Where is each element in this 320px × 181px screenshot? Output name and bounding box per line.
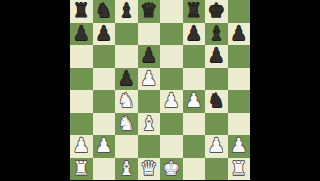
square-h5[interactable]	[228, 68, 251, 91]
white-pawn-piece[interactable]: ♟	[208, 135, 225, 158]
square-e7[interactable]	[160, 23, 183, 46]
square-e2[interactable]	[160, 135, 183, 158]
square-f8[interactable]: ♜	[183, 0, 206, 23]
square-c5[interactable]: ♟	[115, 68, 138, 91]
square-c6[interactable]	[115, 45, 138, 68]
square-f5[interactable]	[183, 68, 206, 91]
screen: ♜♞♝♛♜♚♟♟♟♝♟♟♟♟♟♞♟♟♞♞♝♟♟♟♟♜♝♛♚♜	[0, 0, 320, 180]
square-g4[interactable]: ♞	[205, 90, 228, 113]
square-c2[interactable]	[115, 135, 138, 158]
square-d3[interactable]: ♝	[138, 113, 161, 136]
square-e5[interactable]	[160, 68, 183, 91]
square-d8[interactable]: ♛	[138, 0, 161, 23]
square-g1[interactable]	[205, 158, 228, 181]
square-h6[interactable]	[228, 45, 251, 68]
square-f3[interactable]	[183, 113, 206, 136]
square-h2[interactable]: ♟	[228, 135, 251, 158]
square-g2[interactable]: ♟	[205, 135, 228, 158]
white-knight-piece[interactable]: ♞	[118, 90, 135, 113]
black-pawn-piece[interactable]: ♟	[230, 23, 247, 46]
square-b7[interactable]: ♟	[93, 23, 116, 46]
white-pawn-piece[interactable]: ♟	[140, 68, 157, 91]
square-e4[interactable]: ♟	[160, 90, 183, 113]
black-king-piece[interactable]: ♚	[208, 0, 225, 23]
square-a8[interactable]: ♜	[70, 0, 93, 23]
chess-board: ♜♞♝♛♜♚♟♟♟♝♟♟♟♟♟♞♟♟♞♞♝♟♟♟♟♜♝♛♚♜	[70, 0, 250, 180]
square-c3[interactable]: ♞	[115, 113, 138, 136]
white-pawn-piece[interactable]: ♟	[73, 135, 90, 158]
white-queen-piece[interactable]: ♛	[140, 158, 157, 181]
square-f1[interactable]	[183, 158, 206, 181]
square-b5[interactable]	[93, 68, 116, 91]
square-b8[interactable]: ♞	[93, 0, 116, 23]
square-e6[interactable]	[160, 45, 183, 68]
square-h4[interactable]	[228, 90, 251, 113]
square-a5[interactable]	[70, 68, 93, 91]
black-rook-piece[interactable]: ♜	[73, 0, 90, 23]
square-f6[interactable]	[183, 45, 206, 68]
white-pawn-piece[interactable]: ♟	[230, 135, 247, 158]
square-d4[interactable]	[138, 90, 161, 113]
white-bishop-piece[interactable]: ♝	[140, 113, 157, 136]
white-rook-piece[interactable]: ♜	[230, 158, 247, 181]
square-g8[interactable]: ♚	[205, 0, 228, 23]
square-h3[interactable]	[228, 113, 251, 136]
black-bishop-piece[interactable]: ♝	[208, 23, 225, 46]
square-d7[interactable]	[138, 23, 161, 46]
square-g3[interactable]	[205, 113, 228, 136]
square-c4[interactable]: ♞	[115, 90, 138, 113]
square-d6[interactable]: ♟	[138, 45, 161, 68]
black-pawn-piece[interactable]: ♟	[185, 23, 202, 46]
square-d2[interactable]	[138, 135, 161, 158]
square-c8[interactable]: ♝	[115, 0, 138, 23]
square-e1[interactable]: ♚	[160, 158, 183, 181]
square-c1[interactable]: ♝	[115, 158, 138, 181]
square-a3[interactable]	[70, 113, 93, 136]
white-pawn-piece[interactable]: ♟	[185, 90, 202, 113]
square-b1[interactable]	[93, 158, 116, 181]
square-f4[interactable]: ♟	[183, 90, 206, 113]
square-e8[interactable]	[160, 0, 183, 23]
square-g7[interactable]: ♝	[205, 23, 228, 46]
square-d5[interactable]: ♟	[138, 68, 161, 91]
white-knight-piece[interactable]: ♞	[118, 113, 135, 136]
square-h1[interactable]: ♜	[228, 158, 251, 181]
black-pawn-piece[interactable]: ♟	[118, 68, 135, 91]
black-knight-piece[interactable]: ♞	[208, 90, 225, 113]
black-knight-piece[interactable]: ♞	[95, 0, 112, 23]
white-rook-piece[interactable]: ♜	[73, 158, 90, 181]
black-pawn-piece[interactable]: ♟	[140, 45, 157, 68]
square-e3[interactable]	[160, 113, 183, 136]
square-g5[interactable]	[205, 68, 228, 91]
square-f7[interactable]: ♟	[183, 23, 206, 46]
black-pawn-piece[interactable]: ♟	[208, 45, 225, 68]
black-rook-piece[interactable]: ♜	[185, 0, 202, 23]
square-a4[interactable]	[70, 90, 93, 113]
square-g6[interactable]: ♟	[205, 45, 228, 68]
black-bishop-piece[interactable]: ♝	[118, 0, 135, 23]
black-queen-piece[interactable]: ♛	[140, 0, 157, 23]
square-a7[interactable]: ♟	[70, 23, 93, 46]
square-b6[interactable]	[93, 45, 116, 68]
square-h8[interactable]	[228, 0, 251, 23]
square-b3[interactable]	[93, 113, 116, 136]
square-a2[interactable]: ♟	[70, 135, 93, 158]
square-a1[interactable]: ♜	[70, 158, 93, 181]
white-pawn-piece[interactable]: ♟	[163, 90, 180, 113]
black-pawn-piece[interactable]: ♟	[95, 23, 112, 46]
square-d1[interactable]: ♛	[138, 158, 161, 181]
square-h7[interactable]: ♟	[228, 23, 251, 46]
square-c7[interactable]	[115, 23, 138, 46]
white-pawn-piece[interactable]: ♟	[95, 135, 112, 158]
square-b2[interactable]: ♟	[93, 135, 116, 158]
square-f2[interactable]	[183, 135, 206, 158]
square-a6[interactable]	[70, 45, 93, 68]
square-b4[interactable]	[93, 90, 116, 113]
white-king-piece[interactable]: ♚	[163, 158, 180, 181]
white-bishop-piece[interactable]: ♝	[118, 158, 135, 181]
black-pawn-piece[interactable]: ♟	[73, 23, 90, 46]
